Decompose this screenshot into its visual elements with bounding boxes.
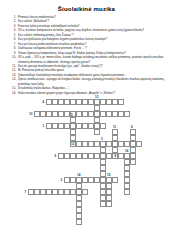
clue-number: 14.: [11, 77, 16, 81]
word-number-label: 16: [125, 150, 128, 153]
crossword-cell[interactable]: [106, 201, 112, 207]
crossword-cell[interactable]: [76, 183, 82, 189]
crossword-cell[interactable]: [76, 219, 82, 225]
word-number-label: 1: [43, 125, 45, 128]
clue-text: XX a. pab. – XXI a. pr. meno stilius, ku…: [18, 55, 168, 64]
word-number-label: 2: [61, 179, 63, 182]
word-number-label: 9: [55, 155, 57, 158]
clue-list: 1.Pirmasis lietuvių modernistas?2.Kas su…: [11, 15, 168, 95]
crossword-cell[interactable]: [112, 177, 118, 183]
word-number-label: 4: [43, 101, 45, 104]
crossword-cell[interactable]: [124, 189, 130, 195]
word-number-label: 7: [25, 191, 27, 194]
crossword-cell[interactable]: [124, 111, 130, 117]
word-number-label: 5: [71, 114, 73, 117]
clue-item: 16.Kokiu muzikos stiliumi grojanti grupė…: [11, 91, 168, 95]
crossword-cell[interactable]: [100, 147, 106, 153]
crossword-cell[interactable]: [130, 147, 136, 153]
crossword-cell[interactable]: [100, 123, 106, 129]
word-number-label: 10: [29, 113, 32, 116]
word-number-label: 3: [101, 138, 103, 141]
crossword-cell[interactable]: [118, 99, 124, 105]
page-title: Šiuolaikinė muzika: [0, 6, 173, 12]
word-number-label: 15: [107, 174, 110, 177]
clue-text: Kokiu muzikos stiliumi grojanti grupė iš…: [18, 91, 168, 95]
word-number-label: 6: [131, 126, 133, 129]
clue-text: Žymus neoklasicistas, sujungęs du kūrybo…: [18, 77, 168, 86]
clue-number: 16.: [11, 91, 16, 95]
crossword-cell[interactable]: [94, 129, 100, 135]
crossword-cell[interactable]: [136, 141, 142, 147]
crossword-grid: 41011298271351163161514: [28, 99, 148, 231]
crossword-cell[interactable]: [82, 189, 88, 195]
clue-item: 10.XX a. pab. – XXI a. pr. meno stilius,…: [11, 55, 168, 64]
worksheet-page: Šiuolaikinė muzika 1.Pirmasis lietuvių m…: [0, 0, 173, 245]
crossword-cell[interactable]: [94, 117, 100, 123]
clue-number: 10.: [11, 55, 16, 59]
crossword-cell[interactable]: [94, 105, 100, 111]
crossword-cell[interactable]: [70, 117, 76, 123]
crossword-cell[interactable]: [100, 171, 106, 177]
clue-item: 14.Žymus neoklasicistas, sujungęs du kūr…: [11, 77, 168, 86]
word-number-label: 12: [71, 143, 74, 146]
word-number-label: 13: [95, 96, 98, 99]
crossword-cell[interactable]: [130, 135, 136, 141]
word-number-label: 11: [113, 126, 116, 129]
word-number-label: 8: [115, 155, 117, 158]
word-number-label: 14: [77, 174, 80, 177]
crossword-cell[interactable]: [112, 135, 118, 141]
crossword-cell[interactable]: [130, 159, 136, 165]
